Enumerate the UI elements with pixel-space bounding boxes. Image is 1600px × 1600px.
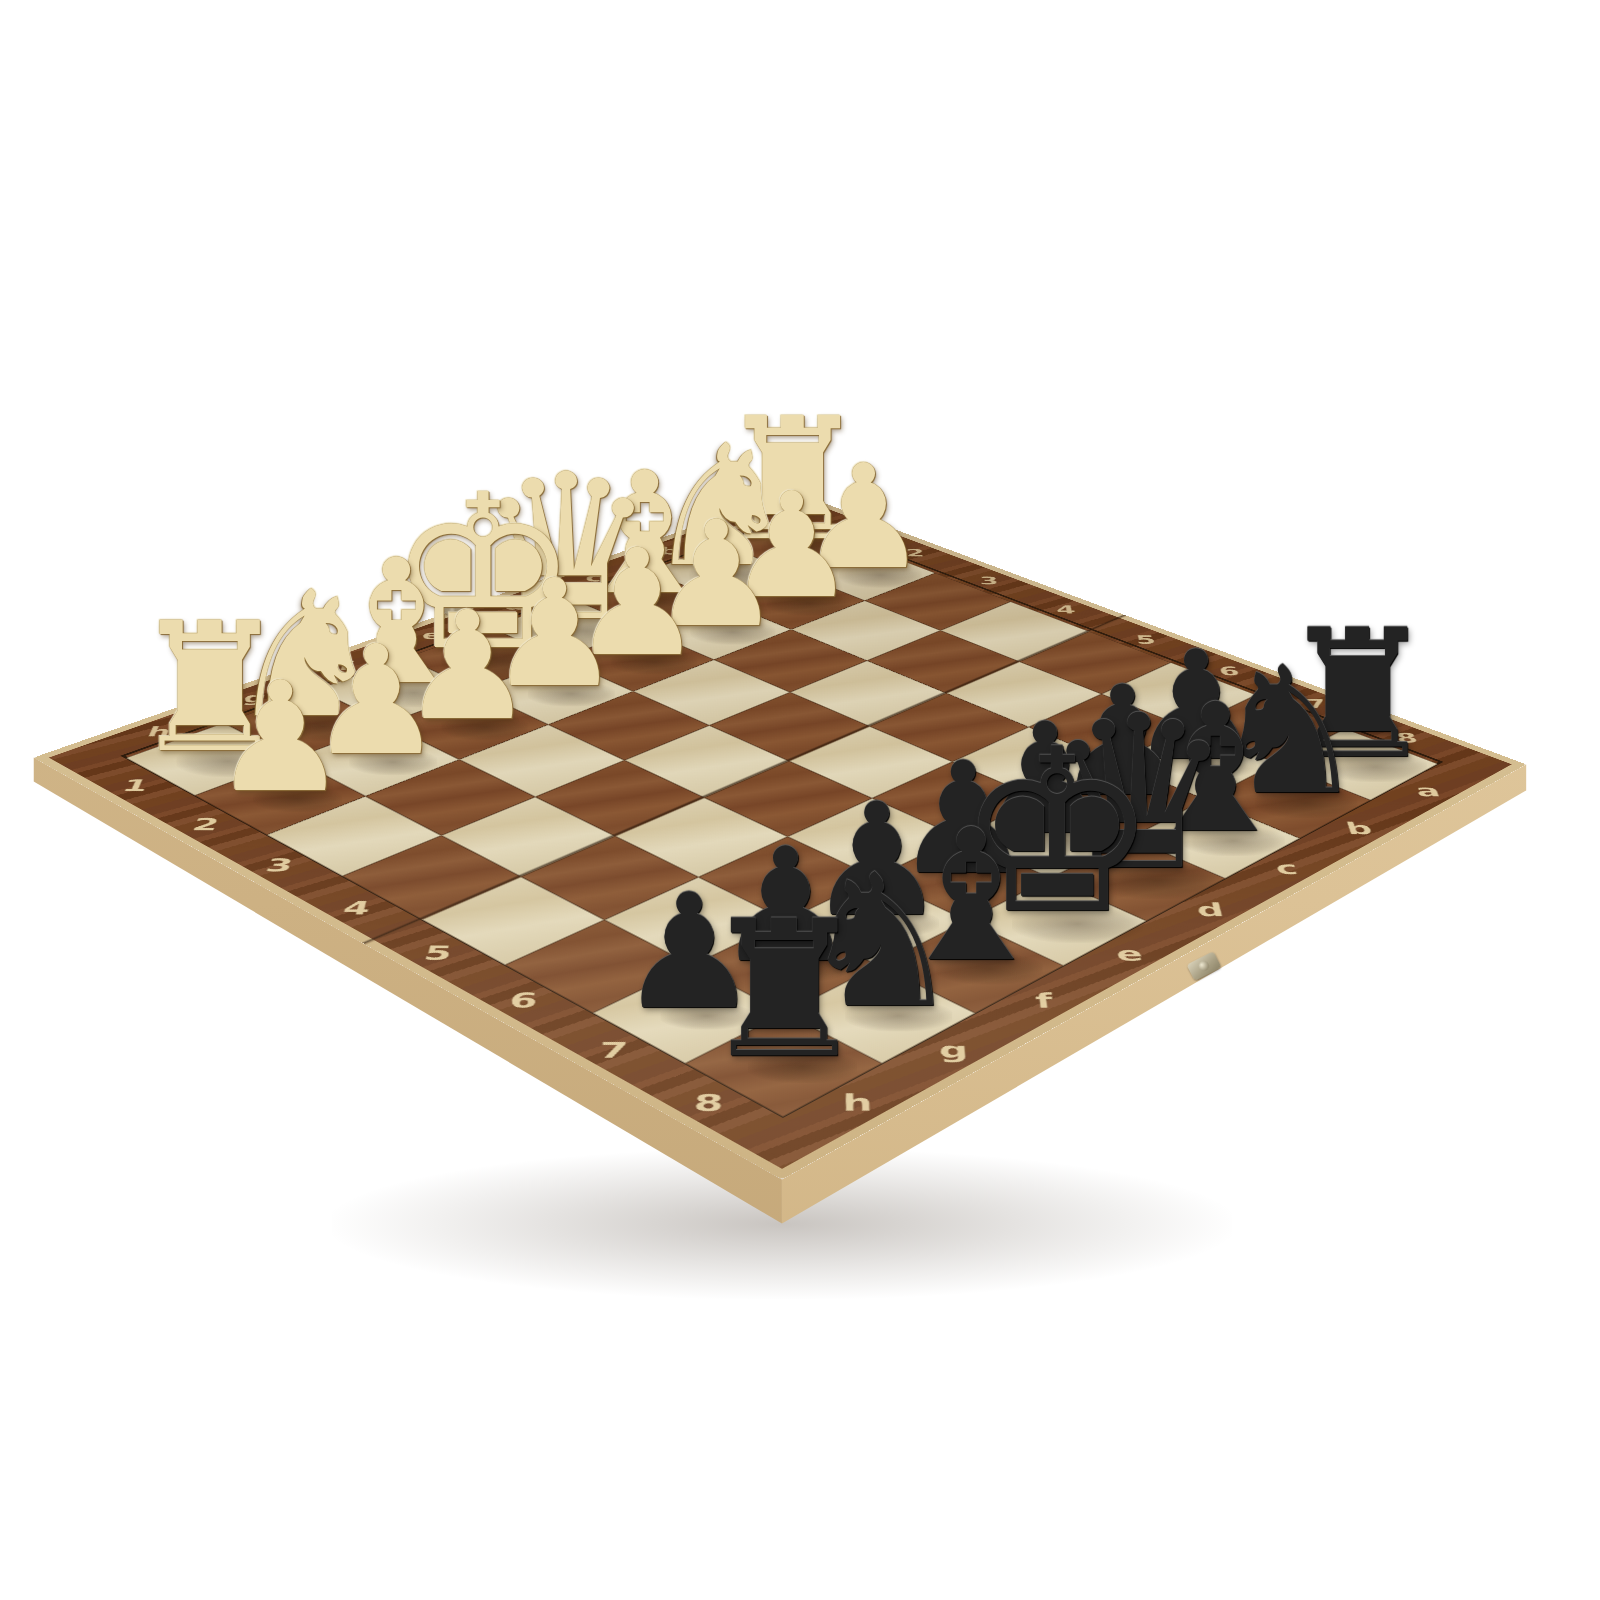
piece-white-pawn-h2[interactable]: ♟ [212, 662, 348, 814]
piece-glyph: ♜ [699, 896, 868, 1085]
clasp-knob [1198, 960, 1211, 973]
chess-set-photo: 1122334455667788aabbccddeeffgghh ♜♞♝♛♚♝♞… [0, 0, 1600, 1600]
piece-black-rook-h8[interactable]: ♜ [699, 896, 868, 1085]
piece-glyph: ♟ [212, 662, 348, 814]
clasp-latch [1187, 952, 1222, 982]
